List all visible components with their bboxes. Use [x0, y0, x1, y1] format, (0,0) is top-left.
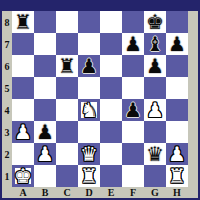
square-a3[interactable]: ♟	[12, 121, 34, 143]
square-f3[interactable]	[122, 121, 144, 143]
square-a6[interactable]	[12, 55, 34, 77]
rank-label-6: 6	[2, 55, 12, 77]
square-c5[interactable]	[56, 77, 78, 99]
white-rook-d1[interactable]: ♜	[80, 165, 98, 187]
square-d4[interactable]: ♞	[78, 99, 100, 121]
square-c2[interactable]	[56, 143, 78, 165]
square-g3[interactable]	[144, 121, 166, 143]
square-g8[interactable]: ♚	[144, 11, 166, 33]
white-pawn-a3[interactable]: ♟	[14, 121, 32, 143]
square-h1[interactable]: ♜	[166, 165, 188, 187]
square-a2[interactable]	[12, 143, 34, 165]
file-label-c: C	[56, 187, 78, 198]
square-d3[interactable]	[78, 121, 100, 143]
white-knight-d4[interactable]: ♞	[80, 99, 98, 121]
right-gutter	[188, 11, 198, 187]
square-a8[interactable]: ♜	[12, 11, 34, 33]
black-rook-a8[interactable]: ♜	[14, 11, 32, 33]
rank-labels-gutter: 87654321	[2, 11, 12, 187]
white-rook-h1[interactable]: ♜	[168, 165, 186, 187]
square-b8[interactable]	[34, 11, 56, 33]
file-label-a: A	[12, 187, 34, 198]
rank-label-1: 1	[2, 165, 12, 187]
black-king-g8[interactable]: ♚	[146, 11, 164, 33]
board: ♜♚♟♝♟♜♟♟♞♟♟♟♟♟♛♛♟♚♜♜	[12, 11, 188, 187]
square-f2[interactable]	[122, 143, 144, 165]
square-f1[interactable]	[122, 165, 144, 187]
square-d5[interactable]	[78, 77, 100, 99]
square-h7[interactable]: ♟	[166, 33, 188, 55]
square-h5[interactable]	[166, 77, 188, 99]
chessboard-frame: 87654321 ♜♚♟♝♟♜♟♟♞♟♟♟♟♟♛♛♟♚♜♜ ABCDEFGH	[0, 0, 200, 200]
square-a5[interactable]	[12, 77, 34, 99]
square-b5[interactable]	[34, 77, 56, 99]
square-h8[interactable]	[166, 11, 188, 33]
square-c1[interactable]	[56, 165, 78, 187]
square-e5[interactable]	[100, 77, 122, 99]
square-c4[interactable]	[56, 99, 78, 121]
square-f4[interactable]: ♟	[122, 99, 144, 121]
square-c8[interactable]	[56, 11, 78, 33]
white-pawn-g4[interactable]: ♟	[146, 99, 164, 121]
file-label-h: H	[166, 187, 188, 198]
rank-label-3: 3	[2, 121, 12, 143]
square-c6[interactable]: ♜	[56, 55, 78, 77]
rank-label-5: 5	[2, 77, 12, 99]
square-e3[interactable]	[100, 121, 122, 143]
square-a4[interactable]	[12, 99, 34, 121]
file-label-f: F	[122, 187, 144, 198]
square-h2[interactable]: ♟	[166, 143, 188, 165]
rank-label-4: 4	[2, 99, 12, 121]
square-f6[interactable]	[122, 55, 144, 77]
square-e7[interactable]	[100, 33, 122, 55]
square-d8[interactable]	[78, 11, 100, 33]
black-pawn-g6[interactable]: ♟	[146, 55, 164, 77]
square-f7[interactable]: ♟	[122, 33, 144, 55]
square-b2[interactable]: ♟	[34, 143, 56, 165]
file-labels-gutter: ABCDEFGH	[2, 187, 198, 198]
white-king-a1[interactable]: ♚	[14, 165, 32, 187]
square-e6[interactable]	[100, 55, 122, 77]
square-g6[interactable]: ♟	[144, 55, 166, 77]
square-h6[interactable]	[166, 55, 188, 77]
square-f5[interactable]	[122, 77, 144, 99]
rank-label-8: 8	[2, 11, 12, 33]
black-pawn-d6[interactable]: ♟	[80, 55, 98, 77]
square-g5[interactable]	[144, 77, 166, 99]
square-b6[interactable]	[34, 55, 56, 77]
square-d7[interactable]	[78, 33, 100, 55]
file-label-g: G	[144, 187, 166, 198]
square-g1[interactable]	[144, 165, 166, 187]
file-label-d: D	[78, 187, 100, 198]
black-rook-c6[interactable]: ♜	[58, 55, 76, 77]
black-queen-g2[interactable]: ♛	[146, 143, 164, 165]
square-b3[interactable]: ♟	[34, 121, 56, 143]
square-g4[interactable]: ♟	[144, 99, 166, 121]
file-label-e: E	[100, 187, 122, 198]
black-pawn-b3[interactable]: ♟	[36, 121, 54, 143]
square-c7[interactable]	[56, 33, 78, 55]
square-d2[interactable]: ♛	[78, 143, 100, 165]
square-e2[interactable]	[100, 143, 122, 165]
black-pawn-f4[interactable]: ♟	[124, 99, 142, 121]
square-e4[interactable]	[100, 99, 122, 121]
black-pawn-h7[interactable]: ♟	[168, 33, 186, 55]
square-b1[interactable]	[34, 165, 56, 187]
white-pawn-h2[interactable]: ♟	[168, 143, 186, 165]
rank-label-7: 7	[2, 33, 12, 55]
square-b4[interactable]	[34, 99, 56, 121]
square-e8[interactable]	[100, 11, 122, 33]
black-pawn-f7[interactable]: ♟	[124, 33, 142, 55]
white-queen-d2[interactable]: ♛	[80, 143, 98, 165]
file-label-b: B	[34, 187, 56, 198]
square-h3[interactable]	[166, 121, 188, 143]
square-g2[interactable]: ♛	[144, 143, 166, 165]
square-g7[interactable]: ♝	[144, 33, 166, 55]
square-f8[interactable]	[122, 11, 144, 33]
rank-label-2: 2	[2, 143, 12, 165]
square-d6[interactable]: ♟	[78, 55, 100, 77]
square-h4[interactable]	[166, 99, 188, 121]
black-bishop-g7[interactable]: ♝	[146, 33, 164, 55]
square-b7[interactable]	[34, 33, 56, 55]
square-a7[interactable]	[12, 33, 34, 55]
square-e1[interactable]	[100, 165, 122, 187]
square-c3[interactable]	[56, 121, 78, 143]
white-pawn-b2[interactable]: ♟	[36, 143, 54, 165]
square-d1[interactable]: ♜	[78, 165, 100, 187]
square-a1[interactable]: ♚	[12, 165, 34, 187]
